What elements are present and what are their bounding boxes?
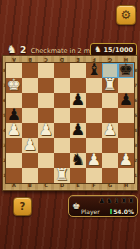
square-h6[interactable]: ♟ — [118, 93, 134, 108]
file-label: C — [38, 182, 54, 190]
square-f5[interactable] — [86, 108, 102, 123]
square-g7[interactable]: ♜ — [102, 78, 118, 93]
file-label: G — [102, 56, 118, 63]
captured-pieces: ♟♞♝♜♜ — [81, 197, 134, 205]
piece-black-pawn[interactable]: ♟ — [70, 117, 86, 139]
square-f6[interactable] — [86, 93, 102, 108]
square-a3[interactable] — [6, 138, 22, 153]
rank-label: 6 — [134, 93, 137, 108]
square-d7[interactable] — [54, 78, 70, 93]
square-f8[interactable]: ♝ — [86, 63, 102, 78]
captured-piece-icon: ♞ — [106, 197, 112, 205]
piece-white-pawn[interactable]: ♟ — [38, 117, 54, 139]
file-label: F — [86, 182, 102, 190]
win-rate-value: 54.0% — [113, 208, 134, 215]
square-f1[interactable] — [86, 168, 102, 183]
square-d5[interactable] — [54, 108, 70, 123]
file-label: A — [6, 182, 22, 190]
square-b7[interactable] — [22, 78, 38, 93]
player-label: Player — [81, 208, 100, 215]
square-e4[interactable]: ♟ — [70, 123, 86, 138]
square-b1[interactable] — [22, 168, 38, 183]
square-d8[interactable] — [54, 63, 70, 78]
square-c3[interactable] — [38, 138, 54, 153]
square-g3[interactable] — [102, 138, 118, 153]
file-label: B — [22, 182, 38, 190]
square-d1[interactable]: ♜ — [54, 168, 70, 183]
piece-black-pawn[interactable]: ♟ — [118, 87, 134, 109]
win-rate-bar — [110, 209, 112, 214]
square-e1[interactable] — [70, 168, 86, 183]
piece-white-rook[interactable]: ♜ — [54, 162, 70, 184]
knight-icon: ♞ — [7, 44, 17, 55]
square-b2[interactable] — [22, 153, 38, 168]
piece-black-pawn[interactable]: ♟ — [70, 87, 86, 109]
file-label: E — [70, 182, 86, 190]
hint-icon: ? — [20, 201, 26, 212]
moves-count: 2 — [20, 45, 26, 55]
square-a1[interactable] — [6, 168, 22, 183]
square-b5[interactable] — [22, 108, 38, 123]
square-g2[interactable] — [102, 153, 118, 168]
square-h2[interactable]: ♟ — [118, 153, 134, 168]
square-d4[interactable] — [54, 123, 70, 138]
file-label: H — [118, 182, 134, 190]
app-screen: ⚙ ♞ 2 Checkmate in 2 moves ♞ 15/1000 ABC… — [0, 0, 140, 249]
file-label: B — [22, 56, 38, 63]
square-b3[interactable]: ♟ — [22, 138, 38, 153]
square-h5[interactable] — [118, 108, 134, 123]
rank-label: 7 — [134, 78, 137, 93]
square-a7[interactable]: ♚ — [6, 78, 22, 93]
square-c6[interactable] — [38, 93, 54, 108]
piece-white-pawn[interactable]: ♟ — [86, 147, 102, 169]
settings-button[interactable]: ⚙ — [116, 5, 136, 25]
square-f4[interactable] — [86, 123, 102, 138]
board-grid: ♝♚♚♜♟♟♟♟♟♟♟♟♞♟♟♜ — [6, 63, 134, 183]
file-labels-bottom: ABCDEFGH — [6, 182, 134, 190]
square-g6[interactable] — [102, 93, 118, 108]
square-g1[interactable] — [102, 168, 118, 183]
piece-black-king[interactable]: ♚ — [118, 57, 134, 79]
gear-icon: ⚙ — [121, 9, 132, 21]
square-a2[interactable] — [6, 153, 22, 168]
square-c8[interactable] — [38, 63, 54, 78]
file-labels-top: ABCDEFGH — [6, 56, 134, 63]
square-c7[interactable] — [38, 78, 54, 93]
file-label: G — [102, 182, 118, 190]
square-d3[interactable] — [54, 138, 70, 153]
file-label: E — [70, 56, 86, 63]
rank-label: 2 — [134, 153, 137, 168]
captured-piece-icon: ♜ — [120, 197, 126, 205]
piece-black-bishop[interactable]: ♝ — [86, 57, 102, 79]
square-c1[interactable] — [38, 168, 54, 183]
chess-board: ABCDEFGH 87654321 87654321 ♝♚♚♜♟♟♟♟♟♟♟♟♞… — [2, 55, 138, 191]
rank-label: 3 — [134, 138, 137, 153]
captured-piece-icon: ♝ — [113, 197, 119, 205]
piece-white-pawn[interactable]: ♟ — [22, 132, 38, 154]
square-e6[interactable]: ♟ — [70, 93, 86, 108]
piece-white-pawn[interactable]: ♟ — [102, 117, 118, 139]
file-label: D — [54, 56, 70, 63]
square-a4[interactable]: ♟ — [6, 123, 22, 138]
square-h4[interactable] — [118, 123, 134, 138]
file-label: A — [6, 56, 22, 63]
piece-white-rook[interactable]: ♜ — [102, 72, 118, 94]
rank-label: 5 — [134, 108, 137, 123]
square-f7[interactable] — [86, 78, 102, 93]
rank-label: 1 — [134, 168, 137, 183]
square-b6[interactable] — [22, 93, 38, 108]
square-c2[interactable] — [38, 153, 54, 168]
piece-white-king[interactable]: ♚ — [6, 72, 22, 94]
square-c4[interactable]: ♟ — [38, 123, 54, 138]
hint-button[interactable]: ? — [13, 197, 32, 216]
square-f2[interactable]: ♟ — [86, 153, 102, 168]
rank-label: 4 — [134, 123, 137, 138]
file-label: C — [38, 56, 54, 63]
captured-piece-icon: ♜ — [128, 197, 134, 205]
player-panel: ♚ ♟♞♝♜♜ Player 54.0% — [68, 195, 138, 217]
square-h1[interactable] — [118, 168, 134, 183]
square-e2[interactable]: ♞ — [70, 153, 86, 168]
piece-white-pawn[interactable]: ♟ — [118, 147, 134, 169]
square-d6[interactable] — [54, 93, 70, 108]
moves-remaining: ♞ 2 — [7, 44, 26, 55]
knight-icon: ♞ — [94, 46, 101, 54]
square-e8[interactable] — [70, 63, 86, 78]
player-piece-icon: ♚ — [71, 201, 81, 211]
captured-piece-icon: ♟ — [99, 197, 105, 205]
piece-white-pawn[interactable]: ♟ — [6, 117, 22, 139]
square-h8[interactable]: ♚ — [118, 63, 134, 78]
piece-black-knight[interactable]: ♞ — [70, 147, 86, 169]
puzzle-progress-count: 15/1000 — [103, 46, 133, 54]
rank-labels-right: 87654321 — [134, 63, 137, 183]
square-b8[interactable] — [22, 63, 38, 78]
square-g4[interactable]: ♟ — [102, 123, 118, 138]
rank-label: 8 — [134, 63, 137, 78]
